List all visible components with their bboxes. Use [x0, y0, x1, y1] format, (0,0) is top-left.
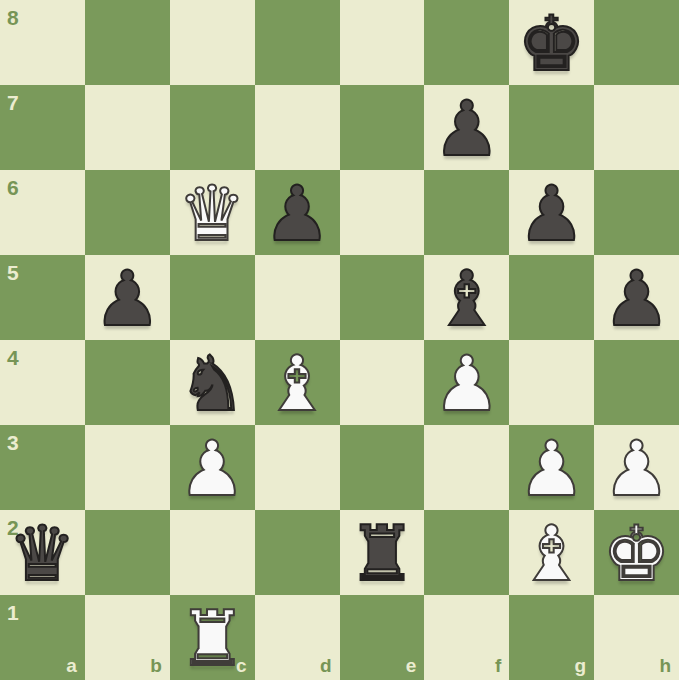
piece-white-pawn-g3[interactable]: ♟: [509, 425, 594, 510]
square-h3[interactable]: ♟: [594, 425, 679, 510]
square-d5[interactable]: [255, 255, 340, 340]
square-e3[interactable]: [340, 425, 425, 510]
square-d6[interactable]: ♟: [255, 170, 340, 255]
square-g7[interactable]: [509, 85, 594, 170]
piece-white-king-h2[interactable]: ♚: [594, 510, 679, 595]
square-d7[interactable]: [255, 85, 340, 170]
square-f7[interactable]: ♟: [424, 85, 509, 170]
square-d8[interactable]: [255, 0, 340, 85]
square-b4[interactable]: [85, 340, 170, 425]
square-c2[interactable]: [170, 510, 255, 595]
square-c8[interactable]: [170, 0, 255, 85]
square-e2[interactable]: ♜: [340, 510, 425, 595]
file-label-c: c: [236, 655, 247, 677]
square-e4[interactable]: [340, 340, 425, 425]
square-d2[interactable]: [255, 510, 340, 595]
piece-white-rook-c1[interactable]: ♜: [170, 595, 255, 680]
piece-white-bishop-d4[interactable]: ♝: [255, 340, 340, 425]
square-c5[interactable]: [170, 255, 255, 340]
rank-label-3: 3: [7, 431, 19, 455]
piece-black-pawn-g6[interactable]: ♟: [509, 170, 594, 255]
rank-label-7: 7: [7, 91, 19, 115]
square-a3[interactable]: 3: [0, 425, 85, 510]
square-a2[interactable]: 2♛: [0, 510, 85, 595]
square-a1[interactable]: 1a: [0, 595, 85, 680]
square-f2[interactable]: [424, 510, 509, 595]
chess-board: 8♚7♟6♛♟♟5♟♝♟4♞♝♟3♟♟♟2♛♜♝♚1abc♜defgh: [0, 0, 679, 680]
square-b6[interactable]: [85, 170, 170, 255]
square-f8[interactable]: [424, 0, 509, 85]
piece-white-pawn-h3[interactable]: ♟: [594, 425, 679, 510]
square-h1[interactable]: h: [594, 595, 679, 680]
square-b1[interactable]: b: [85, 595, 170, 680]
square-g8[interactable]: ♚: [509, 0, 594, 85]
square-a6[interactable]: 6: [0, 170, 85, 255]
square-b8[interactable]: [85, 0, 170, 85]
piece-black-rook-e2[interactable]: ♜: [340, 510, 425, 595]
square-c3[interactable]: ♟: [170, 425, 255, 510]
square-a4[interactable]: 4: [0, 340, 85, 425]
file-label-h: h: [659, 655, 671, 677]
square-f1[interactable]: f: [424, 595, 509, 680]
file-label-d: d: [320, 655, 332, 677]
square-g3[interactable]: ♟: [509, 425, 594, 510]
square-g4[interactable]: [509, 340, 594, 425]
file-label-b: b: [150, 655, 162, 677]
square-h5[interactable]: ♟: [594, 255, 679, 340]
square-g5[interactable]: [509, 255, 594, 340]
piece-black-king-g8[interactable]: ♚: [509, 0, 594, 85]
rank-label-8: 8: [7, 6, 19, 30]
file-label-e: e: [406, 655, 417, 677]
piece-black-bishop-f5[interactable]: ♝: [424, 255, 509, 340]
piece-white-queen-c6[interactable]: ♛: [170, 170, 255, 255]
square-d4[interactable]: ♝: [255, 340, 340, 425]
piece-black-pawn-h5[interactable]: ♟: [594, 255, 679, 340]
square-g2[interactable]: ♝: [509, 510, 594, 595]
square-a5[interactable]: 5: [0, 255, 85, 340]
rank-label-6: 6: [7, 176, 19, 200]
piece-black-knight-c4[interactable]: ♞: [170, 340, 255, 425]
square-f6[interactable]: [424, 170, 509, 255]
square-f4[interactable]: ♟: [424, 340, 509, 425]
square-c4[interactable]: ♞: [170, 340, 255, 425]
file-label-f: f: [495, 655, 501, 677]
square-g6[interactable]: ♟: [509, 170, 594, 255]
square-g1[interactable]: g: [509, 595, 594, 680]
square-h7[interactable]: [594, 85, 679, 170]
square-e7[interactable]: [340, 85, 425, 170]
square-e6[interactable]: [340, 170, 425, 255]
square-b5[interactable]: ♟: [85, 255, 170, 340]
rank-label-5: 5: [7, 261, 19, 285]
square-c6[interactable]: ♛: [170, 170, 255, 255]
square-h6[interactable]: [594, 170, 679, 255]
square-f3[interactable]: [424, 425, 509, 510]
rank-label-2: 2: [7, 516, 19, 540]
square-a7[interactable]: 7: [0, 85, 85, 170]
square-b3[interactable]: [85, 425, 170, 510]
square-h4[interactable]: [594, 340, 679, 425]
square-b2[interactable]: [85, 510, 170, 595]
piece-white-pawn-f4[interactable]: ♟: [424, 340, 509, 425]
square-b7[interactable]: [85, 85, 170, 170]
file-label-a: a: [66, 655, 77, 677]
square-c1[interactable]: c♜: [170, 595, 255, 680]
rank-label-1: 1: [7, 601, 19, 625]
square-e1[interactable]: e: [340, 595, 425, 680]
square-h8[interactable]: [594, 0, 679, 85]
square-d3[interactable]: [255, 425, 340, 510]
square-e8[interactable]: [340, 0, 425, 85]
square-f5[interactable]: ♝: [424, 255, 509, 340]
piece-black-pawn-b5[interactable]: ♟: [85, 255, 170, 340]
rank-label-4: 4: [7, 346, 19, 370]
square-d1[interactable]: d: [255, 595, 340, 680]
piece-white-pawn-c3[interactable]: ♟: [170, 425, 255, 510]
piece-black-queen-a2[interactable]: ♛: [0, 510, 85, 595]
piece-black-pawn-f7[interactable]: ♟: [424, 85, 509, 170]
square-a8[interactable]: 8: [0, 0, 85, 85]
square-e5[interactable]: [340, 255, 425, 340]
file-label-g: g: [575, 655, 587, 677]
piece-black-pawn-d6[interactable]: ♟: [255, 170, 340, 255]
piece-white-bishop-g2[interactable]: ♝: [509, 510, 594, 595]
square-c7[interactable]: [170, 85, 255, 170]
square-h2[interactable]: ♚: [594, 510, 679, 595]
